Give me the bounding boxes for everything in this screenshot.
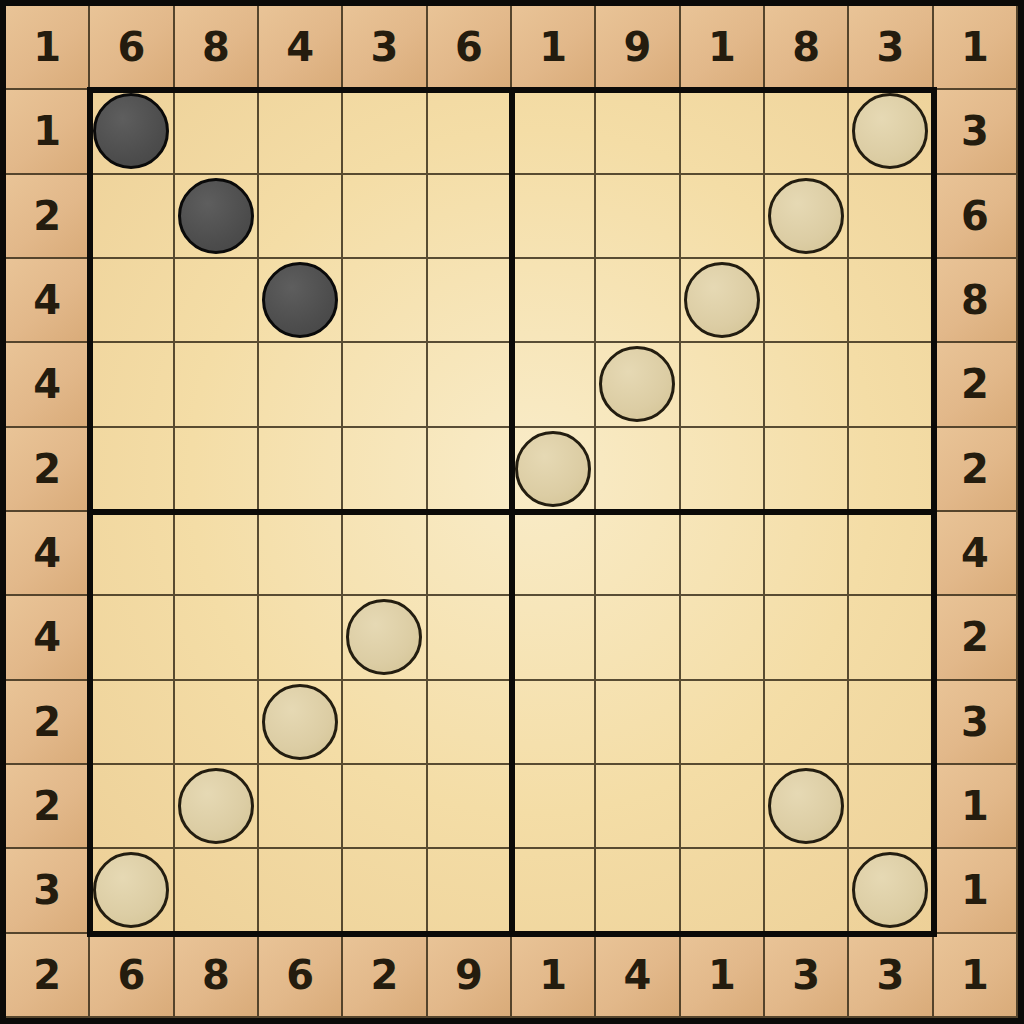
- clue-number: 1: [33, 24, 61, 70]
- cell-r4c10[interactable]: [849, 343, 933, 427]
- clue-top-col4: 3: [343, 6, 427, 90]
- clue-bottom-col7: 4: [596, 934, 680, 1018]
- clue-corner-top-left: 1: [6, 6, 90, 90]
- clue-number: 2: [33, 446, 61, 492]
- clue-number: 1: [708, 952, 736, 998]
- clue-bottom-col5: 9: [428, 934, 512, 1018]
- cell-r3c5[interactable]: [428, 259, 512, 343]
- clue-right-row10: 1: [934, 849, 1018, 933]
- clue-number: 1: [539, 24, 567, 70]
- cell-r6c8[interactable]: [681, 512, 765, 596]
- clue-number: 4: [33, 361, 61, 407]
- clue-left-row7: 4: [6, 596, 90, 680]
- cell-r3c3[interactable]: [259, 259, 343, 343]
- light-stone[interactable]: [852, 93, 928, 169]
- cell-r2c4[interactable]: [343, 175, 427, 259]
- clue-number: 3: [961, 699, 989, 745]
- light-stone[interactable]: [262, 684, 338, 760]
- clue-number: 3: [877, 952, 905, 998]
- cell-r4c6[interactable]: [512, 343, 596, 427]
- clue-left-row4: 4: [6, 343, 90, 427]
- clue-bottom-col2: 8: [175, 934, 259, 1018]
- cell-r9c2[interactable]: [175, 765, 259, 849]
- cell-r7c9[interactable]: [765, 596, 849, 680]
- clue-left-row5: 2: [6, 428, 90, 512]
- clue-number: 4: [286, 24, 314, 70]
- clue-top-col8: 1: [681, 6, 765, 90]
- cell-r5c10[interactable]: [849, 428, 933, 512]
- cell-r4c9[interactable]: [765, 343, 849, 427]
- clue-number: 4: [33, 277, 61, 323]
- cell-r9c10[interactable]: [849, 765, 933, 849]
- clue-right-row4: 2: [934, 343, 1018, 427]
- cell-r7c5[interactable]: [428, 596, 512, 680]
- clue-number: 3: [371, 24, 399, 70]
- cell-r4c2[interactable]: [175, 343, 259, 427]
- clue-number: 8: [792, 24, 820, 70]
- cell-r8c1[interactable]: [90, 681, 174, 765]
- cell-r4c1[interactable]: [90, 343, 174, 427]
- clue-top-col9: 8: [765, 6, 849, 90]
- light-stone[interactable]: [178, 768, 254, 844]
- cell-r3c4[interactable]: [343, 259, 427, 343]
- cell-r6c2[interactable]: [175, 512, 259, 596]
- cell-r2c8[interactable]: [681, 175, 765, 259]
- clue-number: 2: [961, 614, 989, 660]
- clue-number: 3: [877, 24, 905, 70]
- clue-left-row2: 2: [6, 175, 90, 259]
- cell-r9c9[interactable]: [765, 765, 849, 849]
- clue-number: 2: [371, 952, 399, 998]
- clue-number: 4: [624, 952, 652, 998]
- clue-right-row9: 1: [934, 765, 1018, 849]
- clue-top-col6: 1: [512, 6, 596, 90]
- clue-number: 6: [286, 952, 314, 998]
- clue-corner-top-right: 1: [934, 6, 1018, 90]
- cell-r10c8[interactable]: [681, 849, 765, 933]
- cell-r1c6[interactable]: [512, 90, 596, 174]
- cell-r9c3[interactable]: [259, 765, 343, 849]
- clue-number: 8: [202, 952, 230, 998]
- light-stone[interactable]: [346, 599, 422, 675]
- cell-r6c9[interactable]: [765, 512, 849, 596]
- light-stone[interactable]: [93, 852, 169, 928]
- clue-number: 6: [118, 952, 146, 998]
- light-stone[interactable]: [768, 178, 844, 254]
- cell-r1c2[interactable]: [175, 90, 259, 174]
- cell-r8c7[interactable]: [596, 681, 680, 765]
- clue-number: 2: [961, 361, 989, 407]
- cell-r8c4[interactable]: [343, 681, 427, 765]
- cell-r9c1[interactable]: [90, 765, 174, 849]
- clue-left-row8: 2: [6, 681, 90, 765]
- clue-number: 3: [961, 108, 989, 154]
- cell-r3c2[interactable]: [175, 259, 259, 343]
- clue-right-row7: 2: [934, 596, 1018, 680]
- clue-number: 2: [33, 952, 61, 998]
- clue-bottom-col4: 2: [343, 934, 427, 1018]
- clue-number: 6: [455, 24, 483, 70]
- cell-r6c1[interactable]: [90, 512, 174, 596]
- dark-stone[interactable]: [93, 93, 169, 169]
- cell-r6c3[interactable]: [259, 512, 343, 596]
- cell-r4c3[interactable]: [259, 343, 343, 427]
- cell-r2c6[interactable]: [512, 175, 596, 259]
- clue-number: 4: [33, 530, 61, 576]
- cell-r10c1[interactable]: [90, 849, 174, 933]
- cell-r8c8[interactable]: [681, 681, 765, 765]
- cell-r7c8[interactable]: [681, 596, 765, 680]
- clue-left-row3: 4: [6, 259, 90, 343]
- clue-number: 8: [202, 24, 230, 70]
- cell-r2c2[interactable]: [175, 175, 259, 259]
- dark-stone[interactable]: [178, 178, 254, 254]
- clue-number: 9: [624, 24, 652, 70]
- cell-r9c4[interactable]: [343, 765, 427, 849]
- clue-number: 1: [539, 952, 567, 998]
- clue-number: 3: [792, 952, 820, 998]
- clue-right-row6: 4: [934, 512, 1018, 596]
- cell-r8c5[interactable]: [428, 681, 512, 765]
- clue-number: 1: [961, 952, 989, 998]
- clue-left-row1: 1: [6, 90, 90, 174]
- clue-number: 1: [708, 24, 736, 70]
- clue-number: 4: [961, 530, 989, 576]
- clue-number: 8: [961, 277, 989, 323]
- cell-r1c5[interactable]: [428, 90, 512, 174]
- cell-r5c4[interactable]: [343, 428, 427, 512]
- light-stone[interactable]: [599, 346, 675, 422]
- clue-corner-bottom-left: 2: [6, 934, 90, 1018]
- clue-number: 2: [961, 446, 989, 492]
- clue-right-row5: 2: [934, 428, 1018, 512]
- cell-r10c6[interactable]: [512, 849, 596, 933]
- light-stone[interactable]: [684, 262, 760, 338]
- cell-r6c10[interactable]: [849, 512, 933, 596]
- clue-number: 6: [118, 24, 146, 70]
- clue-bottom-col6: 1: [512, 934, 596, 1018]
- clue-number: 2: [33, 193, 61, 239]
- clue-right-row3: 8: [934, 259, 1018, 343]
- cell-r10c5[interactable]: [428, 849, 512, 933]
- light-stone[interactable]: [852, 852, 928, 928]
- cell-r7c6[interactable]: [512, 596, 596, 680]
- cell-r3c7[interactable]: [596, 259, 680, 343]
- cell-r5c8[interactable]: [681, 428, 765, 512]
- light-stone[interactable]: [768, 768, 844, 844]
- clue-bottom-col8: 1: [681, 934, 765, 1018]
- cell-r4c7[interactable]: [596, 343, 680, 427]
- cell-r5c5[interactable]: [428, 428, 512, 512]
- cell-r2c10[interactable]: [849, 175, 933, 259]
- clue-number: 9: [455, 952, 483, 998]
- clue-bottom-col10: 3: [849, 934, 933, 1018]
- clue-number: 3: [33, 867, 61, 913]
- cell-r10c2[interactable]: [175, 849, 259, 933]
- clue-number: 6: [961, 193, 989, 239]
- cell-r7c7[interactable]: [596, 596, 680, 680]
- cell-r10c4[interactable]: [343, 849, 427, 933]
- cell-r2c9[interactable]: [765, 175, 849, 259]
- clue-top-col7: 9: [596, 6, 680, 90]
- cell-r5c9[interactable]: [765, 428, 849, 512]
- cell-r3c1[interactable]: [90, 259, 174, 343]
- cell-r7c10[interactable]: [849, 596, 933, 680]
- puzzle-board: 1684361918311326484222444223213126862914…: [0, 0, 1024, 1024]
- cell-r9c5[interactable]: [428, 765, 512, 849]
- cell-r10c3[interactable]: [259, 849, 343, 933]
- cell-r5c3[interactable]: [259, 428, 343, 512]
- cell-r4c4[interactable]: [343, 343, 427, 427]
- cell-r1c4[interactable]: [343, 90, 427, 174]
- cell-r8c6[interactable]: [512, 681, 596, 765]
- clue-number: 2: [33, 699, 61, 745]
- cell-r3c8[interactable]: [681, 259, 765, 343]
- clue-left-row9: 2: [6, 765, 90, 849]
- cell-r1c3[interactable]: [259, 90, 343, 174]
- cell-r6c7[interactable]: [596, 512, 680, 596]
- cell-r5c6[interactable]: [512, 428, 596, 512]
- clue-right-row1: 3: [934, 90, 1018, 174]
- cell-r7c1[interactable]: [90, 596, 174, 680]
- cell-r1c8[interactable]: [681, 90, 765, 174]
- cell-r5c7[interactable]: [596, 428, 680, 512]
- cell-r8c2[interactable]: [175, 681, 259, 765]
- cell-r8c3[interactable]: [259, 681, 343, 765]
- clue-corner-bottom-right: 1: [934, 934, 1018, 1018]
- clue-left-row6: 4: [6, 512, 90, 596]
- clue-number: 1: [961, 783, 989, 829]
- clue-number: 2: [33, 783, 61, 829]
- cell-r5c1[interactable]: [90, 428, 174, 512]
- cell-r3c9[interactable]: [765, 259, 849, 343]
- cell-r3c10[interactable]: [849, 259, 933, 343]
- cell-r8c9[interactable]: [765, 681, 849, 765]
- clue-bottom-col3: 6: [259, 934, 343, 1018]
- clue-top-col2: 8: [175, 6, 259, 90]
- clue-bottom-col1: 6: [90, 934, 174, 1018]
- cell-r8c10[interactable]: [849, 681, 933, 765]
- clue-top-col3: 4: [259, 6, 343, 90]
- cell-r10c10[interactable]: [849, 849, 933, 933]
- cell-r6c6[interactable]: [512, 512, 596, 596]
- cell-r4c8[interactable]: [681, 343, 765, 427]
- cell-r10c9[interactable]: [765, 849, 849, 933]
- clue-number: 1: [33, 108, 61, 154]
- cell-r3c6[interactable]: [512, 259, 596, 343]
- cell-r5c2[interactable]: [175, 428, 259, 512]
- cell-r7c3[interactable]: [259, 596, 343, 680]
- clue-right-row8: 3: [934, 681, 1018, 765]
- cell-r4c5[interactable]: [428, 343, 512, 427]
- cell-r9c7[interactable]: [596, 765, 680, 849]
- clue-bottom-col9: 3: [765, 934, 849, 1018]
- clue-right-row2: 6: [934, 175, 1018, 259]
- cell-r10c7[interactable]: [596, 849, 680, 933]
- cell-r1c10[interactable]: [849, 90, 933, 174]
- cell-r2c5[interactable]: [428, 175, 512, 259]
- cell-r6c4[interactable]: [343, 512, 427, 596]
- clue-number: 4: [33, 614, 61, 660]
- cell-r7c2[interactable]: [175, 596, 259, 680]
- dark-stone[interactable]: [262, 262, 338, 338]
- cell-r9c6[interactable]: [512, 765, 596, 849]
- light-stone[interactable]: [515, 431, 591, 507]
- cell-r9c8[interactable]: [681, 765, 765, 849]
- clue-top-col5: 6: [428, 6, 512, 90]
- cell-r2c7[interactable]: [596, 175, 680, 259]
- clue-left-row10: 3: [6, 849, 90, 933]
- cell-r7c4[interactable]: [343, 596, 427, 680]
- cell-r1c1[interactable]: [90, 90, 174, 174]
- clue-number: 1: [961, 24, 989, 70]
- clue-number: 1: [961, 867, 989, 913]
- cell-r1c7[interactable]: [596, 90, 680, 174]
- cell-r6c5[interactable]: [428, 512, 512, 596]
- cell-r1c9[interactable]: [765, 90, 849, 174]
- cell-r2c1[interactable]: [90, 175, 174, 259]
- clue-top-col10: 3: [849, 6, 933, 90]
- cell-r2c3[interactable]: [259, 175, 343, 259]
- clue-top-col1: 6: [90, 6, 174, 90]
